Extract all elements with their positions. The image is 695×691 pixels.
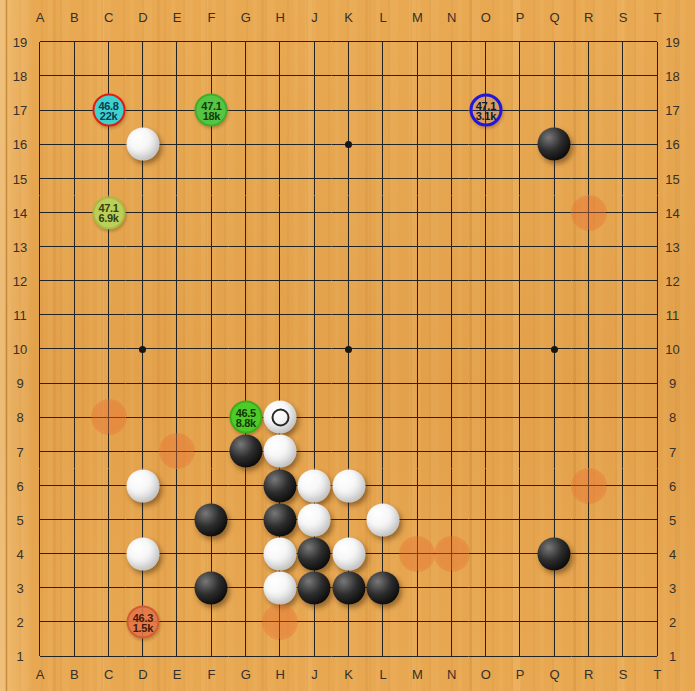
intersection-S9[interactable] [606,366,640,400]
intersection-P12[interactable] [503,264,537,298]
intersection-N7[interactable] [434,434,468,468]
intersection-G19[interactable] [229,25,263,59]
intersection-O15[interactable] [469,161,503,195]
intersection-P8[interactable] [503,400,537,434]
intersection-L4[interactable] [366,537,400,571]
intersection-N18[interactable] [434,59,468,93]
intersection-N19[interactable] [434,25,468,59]
intersection-H16[interactable] [263,127,297,161]
intersection-S17[interactable] [606,93,640,127]
intersection-H14[interactable] [263,196,297,230]
intersection-K4[interactable] [332,537,366,571]
intersection-C14[interactable]: 47.16.9k [91,196,125,230]
intersection-H4[interactable] [263,537,297,571]
intersection-S3[interactable] [606,571,640,605]
intersection-S10[interactable] [606,332,640,366]
intersection-F10[interactable] [194,332,228,366]
intersection-E4[interactable] [160,537,194,571]
intersection-H2[interactable] [263,605,297,639]
intersection-R2[interactable] [572,605,606,639]
intersection-J13[interactable] [297,230,331,264]
intersection-F2[interactable] [194,605,228,639]
intersection-B11[interactable] [57,298,91,332]
intersection-P15[interactable] [503,161,537,195]
intersection-G4[interactable] [229,537,263,571]
intersection-S19[interactable] [606,25,640,59]
intersection-K17[interactable] [332,93,366,127]
intersection-E16[interactable] [160,127,194,161]
intersection-D12[interactable] [126,264,160,298]
intersection-J2[interactable] [297,605,331,639]
intersection-B15[interactable] [57,161,91,195]
intersection-B8[interactable] [57,400,91,434]
intersection-L5[interactable] [366,503,400,537]
intersection-Q3[interactable] [537,571,571,605]
intersection-F13[interactable] [194,230,228,264]
intersection-H5[interactable] [263,503,297,537]
intersection-R5[interactable] [572,503,606,537]
intersection-G16[interactable] [229,127,263,161]
intersection-D4[interactable] [126,537,160,571]
intersection-D6[interactable] [126,469,160,503]
intersection-A3[interactable] [23,571,57,605]
intersection-N2[interactable] [434,605,468,639]
intersection-K14[interactable] [332,196,366,230]
intersection-P14[interactable] [503,196,537,230]
intersection-P9[interactable] [503,366,537,400]
intersection-O7[interactable] [469,434,503,468]
intersection-K12[interactable] [332,264,366,298]
intersection-D16[interactable] [126,127,160,161]
intersection-N10[interactable] [434,332,468,366]
intersection-S2[interactable] [606,605,640,639]
intersection-R10[interactable] [572,332,606,366]
intersection-B7[interactable] [57,434,91,468]
intersection-R7[interactable] [572,434,606,468]
intersection-B9[interactable] [57,366,91,400]
intersection-A17[interactable] [23,93,57,127]
intersection-O19[interactable] [469,25,503,59]
intersection-J3[interactable] [297,571,331,605]
intersection-B19[interactable] [57,25,91,59]
intersection-L15[interactable] [366,161,400,195]
intersection-E18[interactable] [160,59,194,93]
intersection-E11[interactable] [160,298,194,332]
intersection-N3[interactable] [434,571,468,605]
intersection-H3[interactable] [263,571,297,605]
intersection-A4[interactable] [23,537,57,571]
intersection-Q19[interactable] [537,25,571,59]
intersection-D17[interactable] [126,93,160,127]
analysis-suggestion-G8[interactable]: 46.58.8k [229,401,262,434]
intersection-K9[interactable] [332,366,366,400]
intersection-K2[interactable] [332,605,366,639]
intersection-O17[interactable]: 47.13.1k [469,93,503,127]
intersection-L7[interactable] [366,434,400,468]
intersection-G7[interactable] [229,434,263,468]
intersection-M2[interactable] [400,605,434,639]
intersection-M13[interactable] [400,230,434,264]
intersection-R13[interactable] [572,230,606,264]
intersection-D8[interactable] [126,400,160,434]
intersection-E2[interactable] [160,605,194,639]
intersection-A10[interactable] [23,332,57,366]
intersection-M5[interactable] [400,503,434,537]
intersection-G6[interactable] [229,469,263,503]
intersection-L11[interactable] [366,298,400,332]
analysis-suggestion-D2[interactable]: 46.31.5k [126,606,159,639]
intersection-R18[interactable] [572,59,606,93]
intersection-B12[interactable] [57,264,91,298]
intersection-R8[interactable] [572,400,606,434]
intersection-F5[interactable] [194,503,228,537]
intersection-P18[interactable] [503,59,537,93]
intersection-A12[interactable] [23,264,57,298]
intersection-C12[interactable] [91,264,125,298]
intersection-K5[interactable] [332,503,366,537]
intersection-N16[interactable] [434,127,468,161]
intersection-E9[interactable] [160,366,194,400]
intersection-C5[interactable] [91,503,125,537]
analysis-suggestion-O17[interactable]: 47.13.1k [469,94,502,127]
intersection-G14[interactable] [229,196,263,230]
intersection-E6[interactable] [160,469,194,503]
intersection-H8[interactable] [263,400,297,434]
intersection-M9[interactable] [400,366,434,400]
intersection-N9[interactable] [434,366,468,400]
intersection-N8[interactable] [434,400,468,434]
intersection-M3[interactable] [400,571,434,605]
intersection-M11[interactable] [400,298,434,332]
intersection-Q9[interactable] [537,366,571,400]
intersection-F9[interactable] [194,366,228,400]
intersection-F7[interactable] [194,434,228,468]
intersection-P3[interactable] [503,571,537,605]
intersection-M12[interactable] [400,264,434,298]
intersection-S13[interactable] [606,230,640,264]
intersection-P6[interactable] [503,469,537,503]
intersection-P13[interactable] [503,230,537,264]
intersection-L6[interactable] [366,469,400,503]
intersection-K11[interactable] [332,298,366,332]
intersection-H19[interactable] [263,25,297,59]
intersection-J15[interactable] [297,161,331,195]
intersection-L13[interactable] [366,230,400,264]
intersection-B13[interactable] [57,230,91,264]
intersection-H10[interactable] [263,332,297,366]
intersection-R15[interactable] [572,161,606,195]
intersection-R17[interactable] [572,93,606,127]
intersection-S16[interactable] [606,127,640,161]
intersection-P5[interactable] [503,503,537,537]
intersection-B2[interactable] [57,605,91,639]
intersection-C6[interactable] [91,469,125,503]
intersection-E8[interactable] [160,400,194,434]
intersection-A6[interactable] [23,469,57,503]
intersection-R6[interactable] [572,469,606,503]
intersection-C9[interactable] [91,366,125,400]
intersection-O12[interactable] [469,264,503,298]
intersection-E19[interactable] [160,25,194,59]
intersection-G3[interactable] [229,571,263,605]
intersection-F6[interactable] [194,469,228,503]
intersection-N4[interactable] [434,537,468,571]
intersection-R11[interactable] [572,298,606,332]
intersection-D13[interactable] [126,230,160,264]
intersection-O18[interactable] [469,59,503,93]
intersection-G10[interactable] [229,332,263,366]
intersection-G15[interactable] [229,161,263,195]
intersection-L16[interactable] [366,127,400,161]
intersection-A7[interactable] [23,434,57,468]
intersection-A5[interactable] [23,503,57,537]
intersection-Q16[interactable] [537,127,571,161]
intersection-K8[interactable] [332,400,366,434]
intersection-M6[interactable] [400,469,434,503]
intersection-B3[interactable] [57,571,91,605]
intersection-C15[interactable] [91,161,125,195]
intersection-K7[interactable] [332,434,366,468]
intersection-N6[interactable] [434,469,468,503]
intersection-D15[interactable] [126,161,160,195]
intersection-H12[interactable] [263,264,297,298]
intersection-L18[interactable] [366,59,400,93]
intersection-Q11[interactable] [537,298,571,332]
intersection-J6[interactable] [297,469,331,503]
intersection-K13[interactable] [332,230,366,264]
intersection-S11[interactable] [606,298,640,332]
intersection-S5[interactable] [606,503,640,537]
intersection-C18[interactable] [91,59,125,93]
analysis-suggestion-F17[interactable]: 47.118k [195,94,228,127]
intersection-F4[interactable] [194,537,228,571]
intersection-B14[interactable] [57,196,91,230]
intersection-K16[interactable] [332,127,366,161]
intersection-L17[interactable] [366,93,400,127]
intersection-A13[interactable] [23,230,57,264]
intersection-L12[interactable] [366,264,400,298]
intersection-J5[interactable] [297,503,331,537]
intersection-J4[interactable] [297,537,331,571]
intersection-M16[interactable] [400,127,434,161]
intersection-P10[interactable] [503,332,537,366]
intersection-M15[interactable] [400,161,434,195]
intersection-L10[interactable] [366,332,400,366]
intersection-J18[interactable] [297,59,331,93]
intersection-E15[interactable] [160,161,194,195]
intersection-D18[interactable] [126,59,160,93]
intersection-B16[interactable] [57,127,91,161]
intersection-M10[interactable] [400,332,434,366]
intersection-H18[interactable] [263,59,297,93]
intersection-O6[interactable] [469,469,503,503]
intersection-Q14[interactable] [537,196,571,230]
intersection-P2[interactable] [503,605,537,639]
intersection-L3[interactable] [366,571,400,605]
analysis-suggestion-C17[interactable]: 46.822k [92,94,125,127]
intersection-K3[interactable] [332,571,366,605]
intersection-C3[interactable] [91,571,125,605]
intersection-M19[interactable] [400,25,434,59]
intersection-L19[interactable] [366,25,400,59]
intersection-D11[interactable] [126,298,160,332]
intersection-E17[interactable] [160,93,194,127]
intersection-C10[interactable] [91,332,125,366]
intersection-D7[interactable] [126,434,160,468]
intersection-L8[interactable] [366,400,400,434]
intersection-M17[interactable] [400,93,434,127]
intersection-K18[interactable] [332,59,366,93]
intersection-R9[interactable] [572,366,606,400]
intersection-E3[interactable] [160,571,194,605]
intersection-H11[interactable] [263,298,297,332]
intersection-R16[interactable] [572,127,606,161]
intersection-P16[interactable] [503,127,537,161]
intersection-F12[interactable] [194,264,228,298]
intersection-N5[interactable] [434,503,468,537]
intersection-A8[interactable] [23,400,57,434]
intersection-O11[interactable] [469,298,503,332]
intersection-F19[interactable] [194,25,228,59]
intersection-E14[interactable] [160,196,194,230]
intersection-K19[interactable] [332,25,366,59]
intersection-A2[interactable] [23,605,57,639]
intersection-J10[interactable] [297,332,331,366]
intersection-N17[interactable] [434,93,468,127]
intersection-J7[interactable] [297,434,331,468]
intersection-F16[interactable] [194,127,228,161]
intersection-S8[interactable] [606,400,640,434]
intersection-C17[interactable]: 46.822k [91,93,125,127]
intersection-Q12[interactable] [537,264,571,298]
intersection-N11[interactable] [434,298,468,332]
intersection-G8[interactable]: 46.58.8k [229,400,263,434]
intersection-Q5[interactable] [537,503,571,537]
intersection-H15[interactable] [263,161,297,195]
intersection-Q8[interactable] [537,400,571,434]
intersection-P19[interactable] [503,25,537,59]
intersection-B4[interactable] [57,537,91,571]
intersection-F15[interactable] [194,161,228,195]
intersection-O2[interactable] [469,605,503,639]
intersection-Q17[interactable] [537,93,571,127]
intersection-C11[interactable] [91,298,125,332]
intersection-C2[interactable] [91,605,125,639]
intersection-S15[interactable] [606,161,640,195]
intersection-Q4[interactable] [537,537,571,571]
intersection-H7[interactable] [263,434,297,468]
intersection-M8[interactable] [400,400,434,434]
intersection-E12[interactable] [160,264,194,298]
intersection-B5[interactable] [57,503,91,537]
intersection-P17[interactable] [503,93,537,127]
intersection-G12[interactable] [229,264,263,298]
intersection-O10[interactable] [469,332,503,366]
intersection-E10[interactable] [160,332,194,366]
intersection-R12[interactable] [572,264,606,298]
intersection-S18[interactable] [606,59,640,93]
intersection-A9[interactable] [23,366,57,400]
intersection-M7[interactable] [400,434,434,468]
intersection-L2[interactable] [366,605,400,639]
intersection-G11[interactable] [229,298,263,332]
intersection-Q13[interactable] [537,230,571,264]
intersection-D9[interactable] [126,366,160,400]
intersection-K6[interactable] [332,469,366,503]
intersection-C8[interactable] [91,400,125,434]
intersection-D5[interactable] [126,503,160,537]
intersection-S6[interactable] [606,469,640,503]
intersection-F18[interactable] [194,59,228,93]
intersection-J19[interactable] [297,25,331,59]
intersection-K15[interactable] [332,161,366,195]
intersection-Q15[interactable] [537,161,571,195]
intersection-C19[interactable] [91,25,125,59]
intersection-B17[interactable] [57,93,91,127]
intersection-R4[interactable] [572,537,606,571]
intersection-J16[interactable] [297,127,331,161]
intersection-O16[interactable] [469,127,503,161]
intersection-J11[interactable] [297,298,331,332]
intersection-O5[interactable] [469,503,503,537]
intersection-O13[interactable] [469,230,503,264]
intersection-N15[interactable] [434,161,468,195]
intersection-F8[interactable] [194,400,228,434]
intersection-P11[interactable] [503,298,537,332]
intersection-O14[interactable] [469,196,503,230]
intersection-P4[interactable] [503,537,537,571]
intersection-J9[interactable] [297,366,331,400]
intersection-Q2[interactable] [537,605,571,639]
intersection-G2[interactable] [229,605,263,639]
intersection-J12[interactable] [297,264,331,298]
intersection-E13[interactable] [160,230,194,264]
intersection-H9[interactable] [263,366,297,400]
intersection-D14[interactable] [126,196,160,230]
intersection-O4[interactable] [469,537,503,571]
intersection-Q6[interactable] [537,469,571,503]
intersection-B6[interactable] [57,469,91,503]
intersection-E5[interactable] [160,503,194,537]
intersection-F11[interactable] [194,298,228,332]
intersection-Q10[interactable] [537,332,571,366]
intersection-A19[interactable] [23,25,57,59]
intersection-F14[interactable] [194,196,228,230]
intersection-H6[interactable] [263,469,297,503]
intersection-A15[interactable] [23,161,57,195]
intersection-S4[interactable] [606,537,640,571]
intersection-F17[interactable]: 47.118k [194,93,228,127]
intersection-H17[interactable] [263,93,297,127]
intersection-A11[interactable] [23,298,57,332]
intersection-R19[interactable] [572,25,606,59]
intersection-S14[interactable] [606,196,640,230]
intersection-O3[interactable] [469,571,503,605]
intersection-A18[interactable] [23,59,57,93]
intersection-O8[interactable] [469,400,503,434]
intersection-J14[interactable] [297,196,331,230]
intersection-N12[interactable] [434,264,468,298]
intersection-K10[interactable] [332,332,366,366]
intersection-H13[interactable] [263,230,297,264]
intersection-N14[interactable] [434,196,468,230]
intersection-B18[interactable] [57,59,91,93]
intersection-F3[interactable] [194,571,228,605]
intersection-N13[interactable] [434,230,468,264]
analysis-suggestion-C14[interactable]: 47.16.9k [92,196,125,229]
intersection-S7[interactable] [606,434,640,468]
intersection-R14[interactable] [572,196,606,230]
